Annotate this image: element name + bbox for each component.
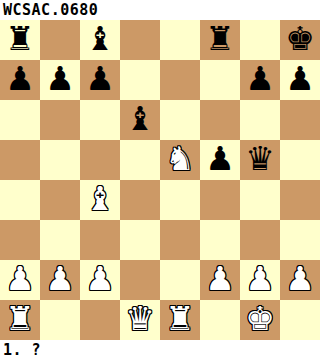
square-f2[interactable]: ♟ xyxy=(200,260,240,300)
square-h5[interactable] xyxy=(280,140,320,180)
white-knight-e5: ♞ xyxy=(165,140,195,179)
square-b6[interactable] xyxy=(40,100,80,140)
white-pawn-c2: ♟ xyxy=(85,260,115,299)
move-prompt: 1. ? xyxy=(0,340,320,360)
black-pawn-c7: ♟ xyxy=(85,60,115,99)
square-g3[interactable] xyxy=(240,220,280,260)
square-e6[interactable] xyxy=(160,100,200,140)
square-g4[interactable] xyxy=(240,180,280,220)
white-pawn-b2: ♟ xyxy=(45,260,75,299)
square-d3[interactable] xyxy=(120,220,160,260)
square-b7[interactable]: ♟ xyxy=(40,60,80,100)
square-f7[interactable] xyxy=(200,60,240,100)
square-c7[interactable]: ♟ xyxy=(80,60,120,100)
black-queen-g5: ♛ xyxy=(245,140,275,179)
white-rook-e1: ♜ xyxy=(165,300,195,339)
square-c6[interactable] xyxy=(80,100,120,140)
white-bishop-c4: ♝ xyxy=(85,180,115,219)
square-a4[interactable] xyxy=(0,180,40,220)
square-c3[interactable] xyxy=(80,220,120,260)
square-e8[interactable] xyxy=(160,20,200,60)
square-c8[interactable]: ♝ xyxy=(80,20,120,60)
square-a1[interactable]: ♜ xyxy=(0,300,40,340)
square-f3[interactable] xyxy=(200,220,240,260)
square-e3[interactable] xyxy=(160,220,200,260)
square-h7[interactable]: ♟ xyxy=(280,60,320,100)
square-g1[interactable]: ♚ xyxy=(240,300,280,340)
square-a5[interactable] xyxy=(0,140,40,180)
square-e5[interactable]: ♞ xyxy=(160,140,200,180)
square-c5[interactable] xyxy=(80,140,120,180)
square-d6[interactable]: ♝ xyxy=(120,100,160,140)
square-a3[interactable] xyxy=(0,220,40,260)
square-g8[interactable] xyxy=(240,20,280,60)
square-f5[interactable]: ♟ xyxy=(200,140,240,180)
square-c2[interactable]: ♟ xyxy=(80,260,120,300)
black-rook-f8: ♜ xyxy=(205,20,235,59)
white-king-g1: ♚ xyxy=(245,300,275,339)
square-b5[interactable] xyxy=(40,140,80,180)
square-h3[interactable] xyxy=(280,220,320,260)
black-bishop-c8: ♝ xyxy=(85,20,115,59)
square-e7[interactable] xyxy=(160,60,200,100)
square-e1[interactable]: ♜ xyxy=(160,300,200,340)
square-f4[interactable] xyxy=(200,180,240,220)
square-a7[interactable]: ♟ xyxy=(0,60,40,100)
square-e2[interactable] xyxy=(160,260,200,300)
black-pawn-a7: ♟ xyxy=(5,60,35,99)
black-pawn-f5: ♟ xyxy=(205,140,235,179)
chess-board: ♜♝♜♚♟♟♟♟♟♝♞♟♛♝♟♟♟♟♟♟♜♛♜♚ xyxy=(0,20,320,340)
black-rook-a8: ♜ xyxy=(5,20,35,59)
square-g6[interactable] xyxy=(240,100,280,140)
square-h8[interactable]: ♚ xyxy=(280,20,320,60)
square-a6[interactable] xyxy=(0,100,40,140)
square-f8[interactable]: ♜ xyxy=(200,20,240,60)
black-bishop-d6: ♝ xyxy=(125,100,155,139)
square-h1[interactable] xyxy=(280,300,320,340)
square-a8[interactable]: ♜ xyxy=(0,20,40,60)
square-b2[interactable]: ♟ xyxy=(40,260,80,300)
black-pawn-g7: ♟ xyxy=(245,60,275,99)
square-c1[interactable] xyxy=(80,300,120,340)
square-d2[interactable] xyxy=(120,260,160,300)
square-c4[interactable]: ♝ xyxy=(80,180,120,220)
square-h2[interactable]: ♟ xyxy=(280,260,320,300)
white-pawn-h2: ♟ xyxy=(285,260,315,299)
square-d5[interactable] xyxy=(120,140,160,180)
square-h4[interactable] xyxy=(280,180,320,220)
white-pawn-a2: ♟ xyxy=(5,260,35,299)
black-pawn-h7: ♟ xyxy=(285,60,315,99)
white-pawn-f2: ♟ xyxy=(205,260,235,299)
square-g2[interactable]: ♟ xyxy=(240,260,280,300)
square-f1[interactable] xyxy=(200,300,240,340)
square-b8[interactable] xyxy=(40,20,80,60)
square-b4[interactable] xyxy=(40,180,80,220)
square-f6[interactable] xyxy=(200,100,240,140)
square-g5[interactable]: ♛ xyxy=(240,140,280,180)
square-d7[interactable] xyxy=(120,60,160,100)
square-d4[interactable] xyxy=(120,180,160,220)
square-e4[interactable] xyxy=(160,180,200,220)
white-rook-a1: ♜ xyxy=(5,300,35,339)
square-d1[interactable]: ♛ xyxy=(120,300,160,340)
white-pawn-g2: ♟ xyxy=(245,260,275,299)
puzzle-id-label: WCSAC.0680 xyxy=(0,0,320,20)
square-a2[interactable]: ♟ xyxy=(0,260,40,300)
black-pawn-b7: ♟ xyxy=(45,60,75,99)
square-h6[interactable] xyxy=(280,100,320,140)
square-g7[interactable]: ♟ xyxy=(240,60,280,100)
white-queen-d1: ♛ xyxy=(125,300,155,339)
square-d8[interactable] xyxy=(120,20,160,60)
square-b1[interactable] xyxy=(40,300,80,340)
black-king-h8: ♚ xyxy=(285,20,315,59)
square-b3[interactable] xyxy=(40,220,80,260)
